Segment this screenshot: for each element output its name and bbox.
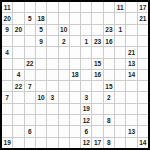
clue-cell-r13c8[interactable]: 12 xyxy=(81,138,91,148)
grid-cell[interactable] xyxy=(70,92,80,102)
grid-cell[interactable] xyxy=(92,115,102,125)
grid-cell[interactable] xyxy=(36,81,46,91)
grid-cell[interactable] xyxy=(138,115,148,125)
grid-cell[interactable] xyxy=(92,47,102,57)
clue-cell-r1c13[interactable]: 17 xyxy=(138,2,148,12)
grid-cell[interactable] xyxy=(115,104,125,114)
grid-cell[interactable] xyxy=(138,70,148,80)
clue-cell-r8c3[interactable]: 7 xyxy=(25,81,35,91)
clue-cell-r7c2[interactable]: 4 xyxy=(13,70,23,80)
grid-cell[interactable] xyxy=(115,70,125,80)
grid-cell[interactable] xyxy=(13,138,23,148)
grid-cell[interactable] xyxy=(25,115,35,125)
grid-cell[interactable] xyxy=(115,81,125,91)
clue-cell-r4c6[interactable]: 2 xyxy=(59,36,69,46)
grid-cell[interactable] xyxy=(70,59,80,69)
grid-cell[interactable] xyxy=(70,13,80,23)
grid-cell[interactable] xyxy=(59,138,69,148)
grid-cell[interactable] xyxy=(36,115,46,125)
grid-cell[interactable] xyxy=(70,138,80,148)
clue-cell-r11c8[interactable]: 12 xyxy=(81,115,91,125)
clue-cell-r9c10[interactable]: 2 xyxy=(104,92,114,102)
grid-cell[interactable] xyxy=(36,126,46,136)
grid-cell[interactable] xyxy=(104,59,114,69)
clue-cell-r12c12[interactable]: 13 xyxy=(126,126,136,136)
clue-cell-r1c1[interactable]: 11 xyxy=(2,2,12,12)
grid-cell[interactable] xyxy=(138,126,148,136)
grid-cell[interactable] xyxy=(92,92,102,102)
grid-cell[interactable] xyxy=(59,92,69,102)
grid-cell[interactable] xyxy=(59,59,69,69)
grid-cell[interactable] xyxy=(36,104,46,114)
grid-cell[interactable] xyxy=(126,92,136,102)
grid-cell[interactable] xyxy=(115,47,125,57)
grid-cell[interactable] xyxy=(126,13,136,23)
clue-cell-r3c2[interactable]: 20 xyxy=(13,25,23,35)
grid-cell[interactable] xyxy=(13,47,23,57)
clue-cell-r13c1[interactable]: 19 xyxy=(2,138,12,148)
grid-cell[interactable] xyxy=(104,2,114,12)
grid-cell[interactable] xyxy=(138,92,148,102)
grid-cell[interactable] xyxy=(126,138,136,148)
grid-cell[interactable] xyxy=(13,59,23,69)
grid-cell[interactable] xyxy=(36,70,46,80)
clue-cell-r9c1[interactable]: 7 xyxy=(2,92,12,102)
grid-cell[interactable] xyxy=(81,25,91,35)
grid-cell[interactable] xyxy=(47,47,57,57)
grid-cell[interactable] xyxy=(59,126,69,136)
clue-cell-r5c1[interactable]: 4 xyxy=(2,47,12,57)
grid-cell[interactable] xyxy=(138,104,148,114)
clue-cell-r11c10[interactable]: 8 xyxy=(104,115,114,125)
clue-cell-r7c12[interactable]: 14 xyxy=(126,70,136,80)
grid-cell[interactable] xyxy=(59,70,69,80)
grid-cell[interactable] xyxy=(70,2,80,12)
grid-cell[interactable] xyxy=(138,36,148,46)
grid-cell[interactable] xyxy=(104,104,114,114)
grid-cell[interactable] xyxy=(92,13,102,23)
grid-cell[interactable] xyxy=(25,25,35,35)
clue-cell-r4c4[interactable]: 9 xyxy=(36,36,46,46)
grid-cell[interactable] xyxy=(70,81,80,91)
clue-cell-r2c1[interactable]: 20 xyxy=(2,13,12,23)
clue-cell-r5c12[interactable]: 21 xyxy=(126,47,136,57)
clue-cell-r7c7[interactable]: 18 xyxy=(70,70,80,80)
clue-cell-r3c4[interactable]: 5 xyxy=(36,25,46,35)
grid-cell[interactable] xyxy=(104,126,114,136)
clue-cell-r13c9[interactable]: 17 xyxy=(92,138,102,148)
grid-cell[interactable] xyxy=(115,59,125,69)
grid-cell[interactable] xyxy=(70,126,80,136)
grid-cell[interactable] xyxy=(104,47,114,57)
grid-cell[interactable] xyxy=(59,2,69,12)
grid-cell[interactable] xyxy=(115,126,125,136)
grid-cell[interactable] xyxy=(36,2,46,12)
grid-cell[interactable] xyxy=(70,36,80,46)
clue-cell-r4c8[interactable]: 1 xyxy=(81,36,91,46)
grid-cell[interactable] xyxy=(81,13,91,23)
grid-cell[interactable] xyxy=(126,104,136,114)
clue-cell-r12c8[interactable]: 6 xyxy=(81,126,91,136)
grid-cell[interactable] xyxy=(2,59,12,69)
clue-cell-r3c1[interactable]: 9 xyxy=(2,25,12,35)
grid-cell[interactable] xyxy=(47,2,57,12)
grid-cell[interactable] xyxy=(138,81,148,91)
grid-cell[interactable] xyxy=(104,13,114,23)
grid-cell[interactable] xyxy=(13,126,23,136)
clue-cell-r13c10[interactable]: 8 xyxy=(104,138,114,148)
grid-cell[interactable] xyxy=(25,36,35,46)
grid-cell[interactable] xyxy=(115,13,125,23)
clue-cell-r3c11[interactable]: 1 xyxy=(115,25,125,35)
grid-cell[interactable] xyxy=(70,115,80,125)
grid-cell[interactable] xyxy=(47,104,57,114)
grid-cell[interactable] xyxy=(25,104,35,114)
grid-cell[interactable] xyxy=(126,25,136,35)
clue-cell-r9c4[interactable]: 10 xyxy=(36,92,46,102)
clue-cell-r4c9[interactable]: 23 xyxy=(92,36,102,46)
grid-cell[interactable] xyxy=(92,81,102,91)
clue-cell-r9c5[interactable]: 3 xyxy=(47,92,57,102)
grid-cell[interactable] xyxy=(47,13,57,23)
grid-cell[interactable] xyxy=(13,115,23,125)
grid-cell[interactable] xyxy=(47,59,57,69)
grid-cell[interactable] xyxy=(70,104,80,114)
clue-cell-r9c8[interactable]: 3 xyxy=(81,92,91,102)
grid-cell[interactable] xyxy=(59,47,69,57)
grid-cell[interactable] xyxy=(70,47,80,57)
grid-cell[interactable] xyxy=(2,36,12,46)
grid-cell[interactable] xyxy=(126,2,136,12)
grid-cell[interactable] xyxy=(25,2,35,12)
grid-cell[interactable] xyxy=(138,47,148,57)
grid-cell[interactable] xyxy=(59,13,69,23)
clue-cell-r6c12[interactable]: 13 xyxy=(126,59,136,69)
grid-cell[interactable] xyxy=(115,115,125,125)
grid-cell[interactable] xyxy=(126,81,136,91)
grid-cell[interactable] xyxy=(2,115,12,125)
grid-cell[interactable] xyxy=(13,2,23,12)
grid-cell[interactable] xyxy=(47,70,57,80)
grid-cell[interactable] xyxy=(47,81,57,91)
clue-cell-r8c10[interactable]: 15 xyxy=(104,81,114,91)
grid-cell[interactable] xyxy=(92,2,102,12)
grid-cell[interactable] xyxy=(104,70,114,80)
grid-cell[interactable] xyxy=(115,138,125,148)
grid-cell[interactable] xyxy=(25,138,35,148)
numberlink-board: 1111172051821920510231921231642122151341… xyxy=(0,0,150,150)
clue-cell-r3c6[interactable]: 10 xyxy=(59,25,69,35)
grid-cell[interactable] xyxy=(92,25,102,35)
grid-cell[interactable] xyxy=(126,115,136,125)
clue-cell-r3c10[interactable]: 23 xyxy=(104,25,114,35)
grid-cell[interactable] xyxy=(59,104,69,114)
grid-cell[interactable] xyxy=(138,59,148,69)
clue-cell-r6c9[interactable]: 15 xyxy=(92,59,102,69)
clue-cell-r10c8[interactable]: 19 xyxy=(81,104,91,114)
clue-cell-r12c3[interactable]: 6 xyxy=(25,126,35,136)
grid-cell[interactable] xyxy=(25,70,35,80)
grid-cell[interactable] xyxy=(81,70,91,80)
grid-cell[interactable] xyxy=(2,126,12,136)
clue-cell-r8c2[interactable]: 22 xyxy=(13,81,23,91)
grid-cell[interactable] xyxy=(126,36,136,46)
grid-cell[interactable] xyxy=(2,104,12,114)
grid-cell[interactable] xyxy=(2,81,12,91)
grid-cell[interactable] xyxy=(47,25,57,35)
grid-cell[interactable] xyxy=(115,36,125,46)
grid-cell[interactable] xyxy=(2,70,12,80)
grid-cell[interactable] xyxy=(13,104,23,114)
grid-cell[interactable] xyxy=(36,138,46,148)
grid-cell[interactable] xyxy=(13,92,23,102)
clue-cell-r4c10[interactable]: 16 xyxy=(104,36,114,46)
clue-cell-r2c13[interactable]: 21 xyxy=(138,13,148,23)
grid-cell[interactable] xyxy=(81,81,91,91)
grid-cell[interactable] xyxy=(92,104,102,114)
grid-cell[interactable] xyxy=(138,25,148,35)
grid-cell[interactable] xyxy=(92,126,102,136)
grid-cell[interactable] xyxy=(47,138,57,148)
grid-cell[interactable] xyxy=(36,59,46,69)
grid-cell[interactable] xyxy=(81,2,91,12)
grid-cell[interactable] xyxy=(70,25,80,35)
clue-cell-r7c9[interactable]: 16 xyxy=(92,70,102,80)
grid-cell[interactable] xyxy=(81,47,91,57)
grid-cell[interactable] xyxy=(47,115,57,125)
grid-cell[interactable] xyxy=(13,36,23,46)
clue-cell-r13c13[interactable]: 14 xyxy=(138,138,148,148)
clue-cell-r1c11[interactable]: 11 xyxy=(115,2,125,12)
clue-cell-r2c3[interactable]: 5 xyxy=(25,13,35,23)
grid-cell[interactable] xyxy=(115,92,125,102)
grid-cell[interactable] xyxy=(36,47,46,57)
grid-cell[interactable] xyxy=(25,47,35,57)
clue-cell-r6c3[interactable]: 22 xyxy=(25,59,35,69)
grid-cell[interactable] xyxy=(47,126,57,136)
grid-cell[interactable] xyxy=(59,115,69,125)
clue-cell-r2c4[interactable]: 18 xyxy=(36,13,46,23)
grid-cell[interactable] xyxy=(25,92,35,102)
grid-cell[interactable] xyxy=(59,81,69,91)
grid-cell[interactable] xyxy=(13,13,23,23)
grid-cell[interactable] xyxy=(81,59,91,69)
grid-cell[interactable] xyxy=(47,36,57,46)
